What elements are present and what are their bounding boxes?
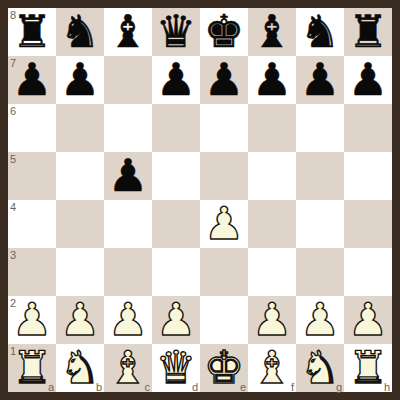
- rank-label-4: 4: [10, 201, 16, 213]
- square-g1[interactable]: g♞: [296, 344, 344, 392]
- rank-label-7: 7: [10, 57, 16, 69]
- piece-black-rook[interactable]: ♜: [12, 8, 52, 56]
- square-a1[interactable]: 1a♜: [8, 344, 56, 392]
- square-e8[interactable]: ♚: [200, 8, 248, 56]
- piece-white-pawn[interactable]: ♟: [60, 296, 100, 344]
- file-label-g: g: [336, 381, 342, 393]
- square-d1[interactable]: d♛: [152, 344, 200, 392]
- piece-white-pawn[interactable]: ♟: [348, 296, 388, 344]
- square-b1[interactable]: b♞: [56, 344, 104, 392]
- square-h6[interactable]: [344, 104, 392, 152]
- square-b8[interactable]: ♞: [56, 8, 104, 56]
- square-e5[interactable]: [200, 152, 248, 200]
- square-e3[interactable]: [200, 248, 248, 296]
- piece-black-rook[interactable]: ♜: [348, 8, 388, 56]
- piece-black-bishop[interactable]: ♝: [108, 8, 148, 56]
- file-label-b: b: [96, 381, 102, 393]
- piece-black-pawn[interactable]: ♟: [204, 56, 244, 104]
- square-c6[interactable]: [104, 104, 152, 152]
- piece-white-pawn[interactable]: ♟: [108, 296, 148, 344]
- square-h1[interactable]: h♜: [344, 344, 392, 392]
- square-g4[interactable]: [296, 200, 344, 248]
- file-label-e: e: [240, 381, 246, 393]
- square-a6[interactable]: 6: [8, 104, 56, 152]
- piece-black-pawn[interactable]: ♟: [300, 56, 340, 104]
- rank-label-8: 8: [10, 9, 16, 21]
- square-b3[interactable]: [56, 248, 104, 296]
- piece-black-king[interactable]: ♚: [204, 8, 244, 56]
- square-a3[interactable]: 3: [8, 248, 56, 296]
- file-label-c: c: [145, 381, 151, 393]
- square-f6[interactable]: [248, 104, 296, 152]
- file-label-a: a: [48, 381, 54, 393]
- square-d8[interactable]: ♛: [152, 8, 200, 56]
- square-h4[interactable]: [344, 200, 392, 248]
- chess-board-frame: 8♜♞♝♛♚♝♞♜7♟♟♟♟♟♟♟65♟4♟32♟♟♟♟♟♟♟1a♜b♞c♝d♛…: [0, 0, 400, 400]
- square-c7[interactable]: [104, 56, 152, 104]
- square-a8[interactable]: 8♜: [8, 8, 56, 56]
- square-f5[interactable]: [248, 152, 296, 200]
- square-b7[interactable]: ♟: [56, 56, 104, 104]
- square-h7[interactable]: ♟: [344, 56, 392, 104]
- piece-black-knight[interactable]: ♞: [60, 8, 100, 56]
- piece-black-knight[interactable]: ♞: [300, 8, 340, 56]
- square-b4[interactable]: [56, 200, 104, 248]
- square-f8[interactable]: ♝: [248, 8, 296, 56]
- square-a7[interactable]: 7♟: [8, 56, 56, 104]
- square-e1[interactable]: e♚: [200, 344, 248, 392]
- piece-black-pawn[interactable]: ♟: [252, 56, 292, 104]
- rank-label-1: 1: [10, 345, 16, 357]
- piece-white-pawn[interactable]: ♟: [252, 296, 292, 344]
- square-d4[interactable]: [152, 200, 200, 248]
- square-f3[interactable]: [248, 248, 296, 296]
- piece-black-pawn[interactable]: ♟: [60, 56, 100, 104]
- square-h5[interactable]: [344, 152, 392, 200]
- square-e6[interactable]: [200, 104, 248, 152]
- square-f1[interactable]: f♝: [248, 344, 296, 392]
- piece-white-pawn[interactable]: ♟: [204, 200, 244, 248]
- square-h2[interactable]: ♟: [344, 296, 392, 344]
- square-c5[interactable]: ♟: [104, 152, 152, 200]
- file-label-f: f: [291, 381, 294, 393]
- file-label-h: h: [384, 381, 390, 393]
- piece-white-knight[interactable]: ♞: [60, 344, 100, 392]
- square-g2[interactable]: ♟: [296, 296, 344, 344]
- piece-white-pawn[interactable]: ♟: [156, 296, 196, 344]
- piece-black-pawn[interactable]: ♟: [12, 56, 52, 104]
- square-d6[interactable]: [152, 104, 200, 152]
- square-a5[interactable]: 5: [8, 152, 56, 200]
- square-c4[interactable]: [104, 200, 152, 248]
- square-a2[interactable]: 2♟: [8, 296, 56, 344]
- square-c8[interactable]: ♝: [104, 8, 152, 56]
- square-h8[interactable]: ♜: [344, 8, 392, 56]
- square-b2[interactable]: ♟: [56, 296, 104, 344]
- chess-board: 8♜♞♝♛♚♝♞♜7♟♟♟♟♟♟♟65♟4♟32♟♟♟♟♟♟♟1a♜b♞c♝d♛…: [8, 8, 392, 392]
- square-g6[interactable]: [296, 104, 344, 152]
- rank-label-3: 3: [10, 249, 16, 261]
- square-c3[interactable]: [104, 248, 152, 296]
- rank-label-6: 6: [10, 105, 16, 117]
- piece-black-pawn[interactable]: ♟: [348, 56, 388, 104]
- piece-white-knight[interactable]: ♞: [300, 344, 340, 392]
- square-c1[interactable]: c♝: [104, 344, 152, 392]
- file-label-d: d: [192, 381, 198, 393]
- square-g5[interactable]: [296, 152, 344, 200]
- square-a4[interactable]: 4: [8, 200, 56, 248]
- square-g8[interactable]: ♞: [296, 8, 344, 56]
- square-g7[interactable]: ♟: [296, 56, 344, 104]
- piece-white-rook[interactable]: ♜: [348, 344, 388, 392]
- square-d7[interactable]: ♟: [152, 56, 200, 104]
- square-g3[interactable]: [296, 248, 344, 296]
- piece-white-king[interactable]: ♚: [204, 344, 244, 392]
- square-c2[interactable]: ♟: [104, 296, 152, 344]
- piece-white-queen[interactable]: ♛: [156, 344, 196, 392]
- piece-black-pawn[interactable]: ♟: [108, 152, 148, 200]
- piece-black-bishop[interactable]: ♝: [252, 8, 292, 56]
- piece-white-bishop[interactable]: ♝: [252, 344, 292, 392]
- piece-white-pawn[interactable]: ♟: [300, 296, 340, 344]
- square-d3[interactable]: [152, 248, 200, 296]
- piece-white-pawn[interactable]: ♟: [12, 296, 52, 344]
- square-e2[interactable]: [200, 296, 248, 344]
- square-b6[interactable]: [56, 104, 104, 152]
- piece-white-rook[interactable]: ♜: [12, 344, 52, 392]
- piece-black-pawn[interactable]: ♟: [156, 56, 196, 104]
- square-e4[interactable]: ♟: [200, 200, 248, 248]
- square-f7[interactable]: ♟: [248, 56, 296, 104]
- piece-white-bishop[interactable]: ♝: [108, 344, 148, 392]
- square-f2[interactable]: ♟: [248, 296, 296, 344]
- rank-label-5: 5: [10, 153, 16, 165]
- square-d2[interactable]: ♟: [152, 296, 200, 344]
- square-d5[interactable]: [152, 152, 200, 200]
- square-b5[interactable]: [56, 152, 104, 200]
- square-e7[interactable]: ♟: [200, 56, 248, 104]
- rank-label-2: 2: [10, 297, 16, 309]
- square-f4[interactable]: [248, 200, 296, 248]
- square-h3[interactable]: [344, 248, 392, 296]
- piece-black-queen[interactable]: ♛: [156, 8, 196, 56]
